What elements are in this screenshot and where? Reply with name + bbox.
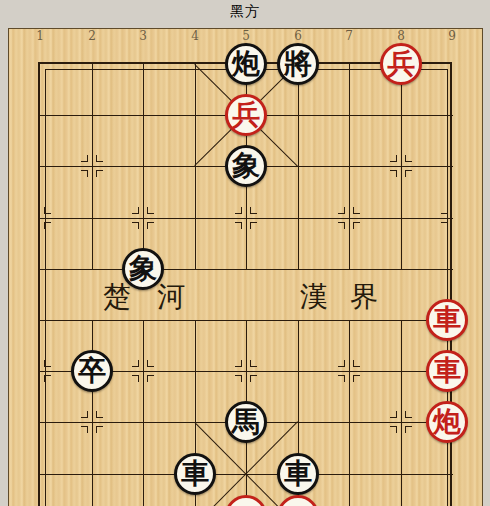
red-soldier[interactable]: 兵 [380, 43, 422, 85]
point-marker [405, 170, 412, 177]
river-text: 河 [157, 278, 185, 316]
black-chariot[interactable]: 車 [174, 453, 216, 495]
point-marker [390, 426, 397, 433]
file-line-bottom [143, 320, 144, 506]
point-marker [405, 411, 412, 418]
river-text: 楚 [103, 278, 131, 316]
point-marker [338, 360, 345, 367]
point-marker [235, 222, 242, 229]
point-marker [390, 411, 397, 418]
red-chariot[interactable]: 車 [426, 350, 468, 392]
point-marker [405, 426, 412, 433]
file-label-6: 6 [288, 29, 308, 43]
file-line-top [195, 64, 196, 270]
black-soldier[interactable]: 卒 [71, 350, 113, 392]
point-marker [81, 426, 88, 433]
point-marker [250, 222, 257, 229]
point-marker [96, 170, 103, 177]
point-marker [96, 155, 103, 162]
black-general[interactable]: 將 [277, 43, 319, 85]
point-marker [441, 207, 448, 214]
black-cannon[interactable]: 炮 [225, 43, 267, 85]
point-marker [390, 155, 397, 162]
point-marker [132, 360, 139, 367]
file-line-top [143, 64, 144, 270]
file-label-7: 7 [339, 29, 359, 43]
file-line-top [349, 64, 350, 270]
file-label-5: 5 [236, 29, 256, 43]
black-elephant[interactable]: 象 [225, 145, 267, 187]
point-marker [353, 375, 360, 382]
point-marker [353, 207, 360, 214]
file-label-2: 2 [82, 29, 102, 43]
point-marker [44, 222, 51, 229]
point-marker [250, 360, 257, 367]
point-marker [441, 222, 448, 229]
file-label-4: 4 [185, 29, 205, 43]
point-marker [132, 207, 139, 214]
red-chariot[interactable]: 車 [426, 299, 468, 341]
point-marker [353, 360, 360, 367]
point-marker [81, 155, 88, 162]
point-marker [338, 207, 345, 214]
xiangqi-board[interactable]: 123456789楚河漢界炮將兵兵象象車卒車馬炮車車 [8, 28, 483, 506]
point-marker [81, 170, 88, 177]
point-marker [132, 375, 139, 382]
point-marker [81, 411, 88, 418]
point-marker [235, 360, 242, 367]
file-label-3: 3 [133, 29, 153, 43]
point-marker [44, 360, 51, 367]
black-chariot[interactable]: 車 [277, 453, 319, 495]
point-marker [44, 207, 51, 214]
point-marker [147, 222, 154, 229]
file-line-bottom [401, 320, 402, 506]
point-marker [250, 207, 257, 214]
point-marker [132, 222, 139, 229]
red-soldier[interactable]: 兵 [225, 94, 267, 136]
river-text: 漢 [300, 278, 328, 316]
point-marker [338, 375, 345, 382]
black-elephant[interactable]: 象 [122, 248, 164, 290]
point-marker [96, 426, 103, 433]
file-line-top [298, 64, 299, 270]
point-marker [44, 375, 51, 382]
point-marker [390, 170, 397, 177]
black-horse[interactable]: 馬 [225, 401, 267, 443]
file-line-top [92, 64, 93, 270]
file-line-top [401, 64, 402, 270]
point-marker [235, 207, 242, 214]
point-marker [147, 375, 154, 382]
point-marker [250, 375, 257, 382]
file-label-8: 8 [391, 29, 411, 43]
file-label-9: 9 [442, 29, 462, 43]
point-marker [338, 222, 345, 229]
top-side-label: 黑方 [0, 3, 490, 21]
file-line-bottom [349, 320, 350, 506]
file-label-1: 1 [30, 29, 50, 43]
point-marker [235, 375, 242, 382]
river-text: 界 [350, 278, 378, 316]
point-marker [405, 155, 412, 162]
point-marker [147, 207, 154, 214]
app-window: 黑方 123456789楚河漢界炮將兵兵象象車卒車馬炮車車 [0, 0, 490, 506]
point-marker [96, 411, 103, 418]
file-line-bottom [92, 320, 93, 506]
point-marker [353, 222, 360, 229]
point-marker [147, 360, 154, 367]
red-cannon[interactable]: 炮 [426, 401, 468, 443]
